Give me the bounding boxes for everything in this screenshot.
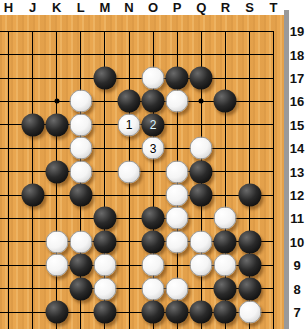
black-stone-O7: [142, 301, 165, 324]
black-stone-M17: [93, 67, 116, 90]
black-stone-S12: [238, 184, 261, 207]
grid-line-horizontal-18: [0, 54, 274, 55]
row-label-7: 7: [293, 306, 300, 319]
move-number-1: 1: [126, 119, 133, 131]
white-stone-P11: [166, 207, 189, 230]
white-stone-L16: [69, 90, 92, 113]
white-stone-K9: [45, 254, 68, 277]
column-label-L: L: [77, 1, 85, 14]
move-number-3: 3: [150, 142, 157, 154]
black-stone-L8: [69, 277, 92, 300]
column-label-M: M: [99, 1, 110, 14]
star-point-Q16: [199, 99, 204, 104]
column-label-Q: Q: [196, 1, 206, 14]
white-stone-M9: [93, 254, 116, 277]
row-label-12: 12: [290, 189, 304, 202]
white-stone-N15: 1: [118, 113, 141, 136]
white-stone-O14: 3: [142, 137, 165, 160]
white-stone-P10: [166, 230, 189, 253]
black-stone-K7: [45, 301, 68, 324]
white-stone-Q14: [190, 137, 213, 160]
column-label-R: R: [221, 1, 230, 14]
row-label-10: 10: [290, 235, 304, 248]
board-shadow: [284, 10, 289, 329]
white-stone-K10: [45, 230, 68, 253]
black-stone-J15: [21, 113, 44, 136]
row-label-13: 13: [290, 165, 304, 178]
white-stone-P16: [166, 90, 189, 113]
white-stone-N13: [118, 160, 141, 183]
go-diagram: 123 HJKLMNOPQRST 19181716151413121110987: [0, 0, 308, 329]
white-stone-R9: [214, 254, 237, 277]
black-stone-O15: 2: [142, 113, 165, 136]
black-stone-J12: [21, 184, 44, 207]
grid-line-vertical-T: [273, 31, 274, 329]
black-stone-S10: [238, 230, 261, 253]
grid-line-vertical-J: [32, 31, 33, 329]
row-label-11: 11: [290, 212, 304, 225]
white-stone-Q10: [190, 230, 213, 253]
white-stone-L14: [69, 137, 92, 160]
black-stone-O11: [142, 207, 165, 230]
white-stone-O17: [142, 67, 165, 90]
black-stone-M11: [93, 207, 116, 230]
row-label-14: 14: [290, 142, 304, 155]
white-stone-L13: [69, 160, 92, 183]
move-number-2: 2: [150, 119, 157, 131]
black-stone-R16: [214, 90, 237, 113]
white-stone-P8: [166, 277, 189, 300]
black-stone-O10: [142, 230, 165, 253]
black-stone-S8: [238, 277, 261, 300]
black-stone-Q12: [190, 184, 213, 207]
column-label-S: S: [245, 1, 254, 14]
column-label-H: H: [4, 1, 13, 14]
column-label-J: J: [29, 1, 36, 14]
white-stone-Q9: [190, 254, 213, 277]
black-stone-P17: [166, 67, 189, 90]
black-stone-K13: [45, 160, 68, 183]
row-label-9: 9: [293, 259, 300, 272]
row-label-8: 8: [293, 282, 300, 295]
white-stone-S7: [238, 301, 261, 324]
black-stone-Q17: [190, 67, 213, 90]
black-stone-M7: [93, 301, 116, 324]
black-stone-R10: [214, 230, 237, 253]
black-stone-O16: [142, 90, 165, 113]
black-stone-L9: [69, 254, 92, 277]
column-label-K: K: [52, 1, 61, 14]
black-stone-M10: [93, 230, 116, 253]
black-stone-K15: [45, 113, 68, 136]
column-label-P: P: [173, 1, 182, 14]
row-label-18: 18: [290, 48, 304, 61]
row-label-19: 19: [290, 25, 304, 38]
grid-line-horizontal-17: [0, 78, 274, 79]
column-label-O: O: [148, 1, 158, 14]
black-stone-R7: [214, 301, 237, 324]
grid-line-vertical-H: [8, 31, 9, 329]
white-stone-L10: [69, 230, 92, 253]
black-stone-Q13: [190, 160, 213, 183]
row-label-15: 15: [290, 118, 304, 131]
white-stone-O9: [142, 254, 165, 277]
black-stone-R8: [214, 277, 237, 300]
grid-line-horizontal-19: [0, 31, 274, 32]
white-stone-L15: [69, 113, 92, 136]
black-stone-L12: [69, 184, 92, 207]
white-stone-M8: [93, 277, 116, 300]
white-stone-P12: [166, 184, 189, 207]
row-label-16: 16: [290, 95, 304, 108]
row-label-17: 17: [290, 72, 304, 85]
black-stone-N16: [118, 90, 141, 113]
white-stone-O8: [142, 277, 165, 300]
column-label-N: N: [124, 1, 133, 14]
white-stone-R11: [214, 207, 237, 230]
grid-line-horizontal-14: [0, 148, 274, 149]
black-stone-P7: [166, 301, 189, 324]
column-label-T: T: [270, 1, 278, 14]
black-stone-S9: [238, 254, 261, 277]
star-point-K16: [54, 99, 59, 104]
white-stone-P13: [166, 160, 189, 183]
black-stone-Q7: [190, 301, 213, 324]
